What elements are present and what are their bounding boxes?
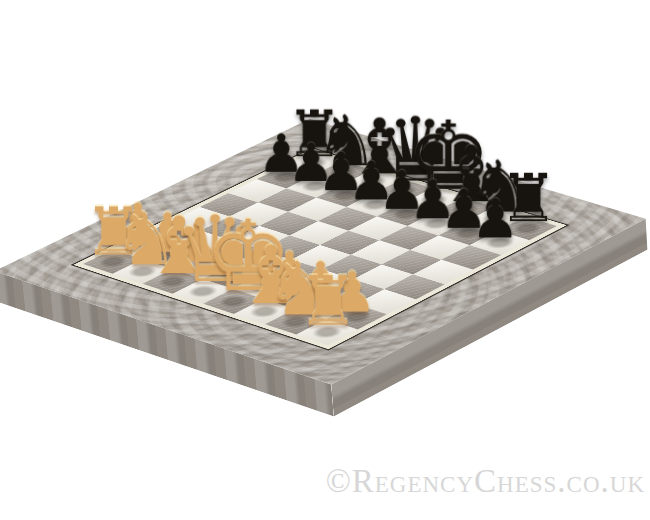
square-h7: ♟ (470, 231, 529, 255)
watermark-text: ©RegencyChess.co.uk (326, 463, 645, 500)
square-h1: ♜ (296, 319, 357, 345)
chess-board: ♜♞♝♛♚♝♞♜♟♟♟♟♟♟♟♟♟♟♟♟♟♟♟♟♜♞♝♛♚♝♞♜ (0, 119, 646, 385)
white-rook-piece: ♜ (298, 268, 341, 336)
black-pawn-piece: ♟ (471, 192, 513, 246)
chess-set-photo: ♜♞♝♛♚♝♞♜♟♟♟♟♟♟♟♟♟♟♟♟♟♟♟♟♜♞♝♛♚♝♞♜ ©Regenc… (0, 0, 650, 520)
board-frame: ♜♞♝♛♚♝♞♜♟♟♟♟♟♟♟♟♟♟♟♟♟♟♟♟♜♞♝♛♚♝♞♜ (0, 119, 646, 385)
